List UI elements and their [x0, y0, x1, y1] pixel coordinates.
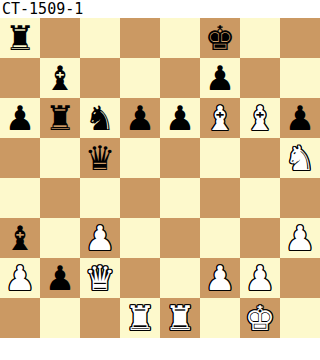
- square-d2[interactable]: [120, 258, 160, 298]
- square-e5[interactable]: [160, 138, 200, 178]
- square-c3[interactable]: ♟: [80, 218, 120, 258]
- square-g5[interactable]: [240, 138, 280, 178]
- square-c1[interactable]: [80, 298, 120, 338]
- square-d7[interactable]: [120, 58, 160, 98]
- square-b3[interactable]: [40, 218, 80, 258]
- square-f1[interactable]: [200, 298, 240, 338]
- square-f8[interactable]: ♚: [200, 18, 240, 58]
- piece-white-queen: ♛: [85, 258, 115, 298]
- square-g4[interactable]: [240, 178, 280, 218]
- square-f2[interactable]: ♟: [200, 258, 240, 298]
- square-h2[interactable]: [280, 258, 320, 298]
- square-a8[interactable]: ♜: [0, 18, 40, 58]
- square-g7[interactable]: [240, 58, 280, 98]
- puzzle-id-label: CT-1509-1: [2, 0, 83, 18]
- piece-white-pawn: ♟: [245, 258, 275, 298]
- square-c7[interactable]: [80, 58, 120, 98]
- piece-white-rook: ♜: [125, 298, 155, 338]
- square-g1[interactable]: ♚: [240, 298, 280, 338]
- square-a7[interactable]: [0, 58, 40, 98]
- piece-white-pawn: ♟: [205, 258, 235, 298]
- square-h4[interactable]: [280, 178, 320, 218]
- square-f6[interactable]: ♝: [200, 98, 240, 138]
- bottom-margin: [0, 338, 320, 360]
- piece-white-knight: ♞: [285, 138, 315, 178]
- square-c4[interactable]: [80, 178, 120, 218]
- piece-white-bishop: ♝: [205, 98, 235, 138]
- square-c5[interactable]: ♛: [80, 138, 120, 178]
- square-f3[interactable]: [200, 218, 240, 258]
- square-b8[interactable]: [40, 18, 80, 58]
- piece-white-king: ♚: [245, 298, 275, 338]
- square-d4[interactable]: [120, 178, 160, 218]
- square-a4[interactable]: [0, 178, 40, 218]
- piece-black-rook: ♜: [5, 18, 35, 58]
- square-e6[interactable]: ♟: [160, 98, 200, 138]
- piece-white-pawn: ♟: [85, 218, 115, 258]
- square-h8[interactable]: [280, 18, 320, 58]
- square-c2[interactable]: ♛: [80, 258, 120, 298]
- square-d8[interactable]: [120, 18, 160, 58]
- square-b2[interactable]: ♟: [40, 258, 80, 298]
- square-h7[interactable]: [280, 58, 320, 98]
- piece-black-pawn: ♟: [285, 98, 315, 138]
- chess-board: ♜♚♝♟♟♜♞♟♟♝♝♟♛♞♝♟♟♟♟♛♟♟♜♜♚: [0, 18, 320, 338]
- chess-app-window: CT-1509-1 ♜♚♝♟♟♜♞♟♟♝♝♟♛♞♝♟♟♟♟♛♟♟♜♜♚: [0, 0, 320, 360]
- square-h6[interactable]: ♟: [280, 98, 320, 138]
- square-a3[interactable]: ♝: [0, 218, 40, 258]
- square-g8[interactable]: [240, 18, 280, 58]
- square-g2[interactable]: ♟: [240, 258, 280, 298]
- square-e8[interactable]: [160, 18, 200, 58]
- piece-white-pawn: ♟: [285, 218, 315, 258]
- square-g3[interactable]: [240, 218, 280, 258]
- square-b5[interactable]: [40, 138, 80, 178]
- piece-black-queen: ♛: [85, 138, 115, 178]
- square-b7[interactable]: ♝: [40, 58, 80, 98]
- square-a2[interactable]: ♟: [0, 258, 40, 298]
- square-a5[interactable]: [0, 138, 40, 178]
- square-h5[interactable]: ♞: [280, 138, 320, 178]
- piece-black-bishop: ♝: [45, 58, 75, 98]
- square-g6[interactable]: ♝: [240, 98, 280, 138]
- square-h1[interactable]: [280, 298, 320, 338]
- square-a1[interactable]: [0, 298, 40, 338]
- piece-black-bishop: ♝: [5, 218, 35, 258]
- square-e1[interactable]: ♜: [160, 298, 200, 338]
- piece-black-pawn: ♟: [165, 98, 195, 138]
- square-f4[interactable]: [200, 178, 240, 218]
- square-d6[interactable]: ♟: [120, 98, 160, 138]
- square-b6[interactable]: ♜: [40, 98, 80, 138]
- square-d5[interactable]: [120, 138, 160, 178]
- square-f5[interactable]: [200, 138, 240, 178]
- piece-white-rook: ♜: [165, 298, 195, 338]
- piece-black-pawn: ♟: [205, 58, 235, 98]
- square-d1[interactable]: ♜: [120, 298, 160, 338]
- square-b4[interactable]: [40, 178, 80, 218]
- square-a6[interactable]: ♟: [0, 98, 40, 138]
- title-bar: CT-1509-1: [0, 0, 320, 18]
- square-e4[interactable]: [160, 178, 200, 218]
- piece-white-pawn: ♟: [5, 258, 35, 298]
- square-e3[interactable]: [160, 218, 200, 258]
- square-c6[interactable]: ♞: [80, 98, 120, 138]
- square-e2[interactable]: [160, 258, 200, 298]
- piece-black-pawn: ♟: [5, 98, 35, 138]
- piece-black-pawn: ♟: [125, 98, 155, 138]
- piece-black-rook: ♜: [45, 98, 75, 138]
- square-b1[interactable]: [40, 298, 80, 338]
- square-e7[interactable]: [160, 58, 200, 98]
- square-c8[interactable]: [80, 18, 120, 58]
- piece-black-pawn: ♟: [45, 258, 75, 298]
- piece-black-king: ♚: [205, 18, 235, 58]
- square-d3[interactable]: [120, 218, 160, 258]
- piece-white-bishop: ♝: [245, 98, 275, 138]
- piece-black-knight: ♞: [85, 98, 115, 138]
- square-h3[interactable]: ♟: [280, 218, 320, 258]
- square-f7[interactable]: ♟: [200, 58, 240, 98]
